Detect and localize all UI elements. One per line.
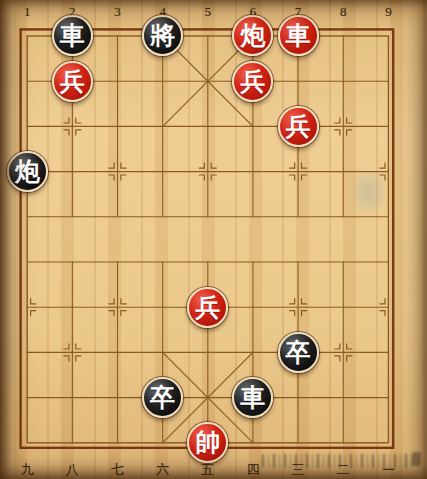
piece-red-soldier[interactable]: 兵 — [232, 61, 273, 102]
piece-red-soldier[interactable]: 兵 — [52, 61, 93, 102]
xiangqi-board[interactable]: 車將炮車兵兵兵炮兵卒卒車帥 — [5, 13, 411, 465]
blurred-watermark — [262, 454, 412, 468]
piece-red-cannon[interactable]: 炮 — [232, 15, 273, 56]
xiangqi-app-screenshot: 車將炮車兵兵兵炮兵卒卒車帥 123456789九八七六五四三二一 — [0, 0, 427, 479]
piece-black-cannon[interactable]: 炮 — [7, 151, 48, 192]
piece-black-chariot[interactable]: 車 — [52, 15, 93, 56]
piece-red-king[interactable]: 帥 — [187, 422, 228, 463]
piece-red-soldier[interactable]: 兵 — [278, 106, 319, 147]
piece-black-soldier[interactable]: 卒 — [142, 377, 183, 418]
piece-black-soldier[interactable]: 卒 — [278, 332, 319, 373]
piece-black-chariot[interactable]: 車 — [232, 377, 273, 418]
piece-red-soldier[interactable]: 兵 — [187, 287, 228, 328]
piece-red-chariot[interactable]: 車 — [278, 15, 319, 56]
piece-black-general[interactable]: 將 — [142, 15, 183, 56]
